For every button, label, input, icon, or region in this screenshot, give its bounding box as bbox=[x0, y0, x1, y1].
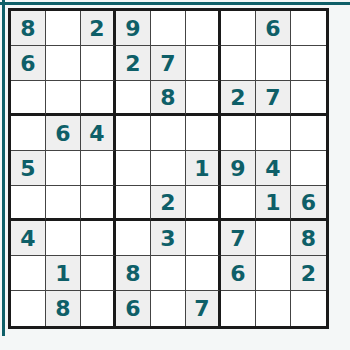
frame-accent-line-left bbox=[2, 0, 5, 336]
cell-r4c4[interactable] bbox=[116, 116, 151, 151]
cell-r1c3[interactable]: 2 bbox=[81, 11, 116, 46]
cell-r9c2[interactable]: 8 bbox=[46, 291, 81, 326]
cell-r8c7[interactable]: 6 bbox=[221, 256, 256, 291]
cell-r3c9[interactable] bbox=[291, 81, 326, 116]
cell-r9c4[interactable]: 6 bbox=[116, 291, 151, 326]
cell-r3c2[interactable] bbox=[46, 81, 81, 116]
cell-r2c9[interactable] bbox=[291, 46, 326, 81]
cell-r2c5[interactable]: 7 bbox=[151, 46, 186, 81]
cell-r4c8[interactable] bbox=[256, 116, 291, 151]
cell-r3c5[interactable]: 8 bbox=[151, 81, 186, 116]
cell-r6c4[interactable] bbox=[116, 186, 151, 221]
cell-r2c4[interactable]: 2 bbox=[116, 46, 151, 81]
cell-r8c1[interactable] bbox=[11, 256, 46, 291]
cell-r7c2[interactable] bbox=[46, 221, 81, 256]
cell-r7c5[interactable]: 3 bbox=[151, 221, 186, 256]
cell-r4c1[interactable] bbox=[11, 116, 46, 151]
cell-r5c9[interactable] bbox=[291, 151, 326, 186]
cell-r1c9[interactable] bbox=[291, 11, 326, 46]
cell-r5c5[interactable] bbox=[151, 151, 186, 186]
cell-r3c8[interactable]: 7 bbox=[256, 81, 291, 116]
cell-r6c7[interactable] bbox=[221, 186, 256, 221]
cell-r3c7[interactable]: 2 bbox=[221, 81, 256, 116]
cell-r7c4[interactable] bbox=[116, 221, 151, 256]
cell-r3c6[interactable] bbox=[186, 81, 221, 116]
cell-r7c1[interactable]: 4 bbox=[11, 221, 46, 256]
cell-r5c2[interactable] bbox=[46, 151, 81, 186]
cell-r1c4[interactable]: 9 bbox=[116, 11, 151, 46]
cell-r2c2[interactable] bbox=[46, 46, 81, 81]
cell-r2c1[interactable]: 6 bbox=[11, 46, 46, 81]
cell-r6c8[interactable]: 1 bbox=[256, 186, 291, 221]
cell-r5c6[interactable]: 1 bbox=[186, 151, 221, 186]
cell-r6c9[interactable]: 6 bbox=[291, 186, 326, 221]
cell-r7c3[interactable] bbox=[81, 221, 116, 256]
cell-r4c7[interactable] bbox=[221, 116, 256, 151]
cell-r8c9[interactable]: 2 bbox=[291, 256, 326, 291]
cell-r6c5[interactable]: 2 bbox=[151, 186, 186, 221]
cell-r9c3[interactable] bbox=[81, 291, 116, 326]
cell-r5c1[interactable]: 5 bbox=[11, 151, 46, 186]
cell-r9c1[interactable] bbox=[11, 291, 46, 326]
cell-r9c8[interactable] bbox=[256, 291, 291, 326]
cell-r5c8[interactable]: 4 bbox=[256, 151, 291, 186]
cell-r4c9[interactable] bbox=[291, 116, 326, 151]
cell-r5c3[interactable] bbox=[81, 151, 116, 186]
cell-r8c3[interactable] bbox=[81, 256, 116, 291]
sudoku-board: 829662782764519421643781862867 bbox=[8, 8, 329, 329]
frame-accent-line-top bbox=[0, 2, 350, 5]
cell-r7c9[interactable]: 8 bbox=[291, 221, 326, 256]
cell-r8c4[interactable]: 8 bbox=[116, 256, 151, 291]
cell-r1c6[interactable] bbox=[186, 11, 221, 46]
cell-r7c7[interactable]: 7 bbox=[221, 221, 256, 256]
cell-r4c5[interactable] bbox=[151, 116, 186, 151]
cell-r1c7[interactable] bbox=[221, 11, 256, 46]
cell-r1c5[interactable] bbox=[151, 11, 186, 46]
cell-r2c3[interactable] bbox=[81, 46, 116, 81]
cell-r7c8[interactable] bbox=[256, 221, 291, 256]
cell-r8c2[interactable]: 1 bbox=[46, 256, 81, 291]
cell-r8c6[interactable] bbox=[186, 256, 221, 291]
cell-r5c7[interactable]: 9 bbox=[221, 151, 256, 186]
cell-r7c6[interactable] bbox=[186, 221, 221, 256]
cell-r5c4[interactable] bbox=[116, 151, 151, 186]
cell-r4c2[interactable]: 6 bbox=[46, 116, 81, 151]
cell-r2c7[interactable] bbox=[221, 46, 256, 81]
cell-r1c1[interactable]: 8 bbox=[11, 11, 46, 46]
cell-r9c9[interactable] bbox=[291, 291, 326, 326]
cell-r2c8[interactable] bbox=[256, 46, 291, 81]
cell-r2c6[interactable] bbox=[186, 46, 221, 81]
cell-r4c6[interactable] bbox=[186, 116, 221, 151]
cell-r8c8[interactable] bbox=[256, 256, 291, 291]
cell-r9c7[interactable] bbox=[221, 291, 256, 326]
cell-r3c4[interactable] bbox=[116, 81, 151, 116]
cell-r6c1[interactable] bbox=[11, 186, 46, 221]
cell-r8c5[interactable] bbox=[151, 256, 186, 291]
cell-r1c2[interactable] bbox=[46, 11, 81, 46]
cell-r9c6[interactable]: 7 bbox=[186, 291, 221, 326]
cell-r4c3[interactable]: 4 bbox=[81, 116, 116, 151]
cell-r6c2[interactable] bbox=[46, 186, 81, 221]
cell-r6c6[interactable] bbox=[186, 186, 221, 221]
cell-r9c5[interactable] bbox=[151, 291, 186, 326]
cell-r6c3[interactable] bbox=[81, 186, 116, 221]
cell-r3c3[interactable] bbox=[81, 81, 116, 116]
cell-r1c8[interactable]: 6 bbox=[256, 11, 291, 46]
cell-r3c1[interactable] bbox=[11, 81, 46, 116]
